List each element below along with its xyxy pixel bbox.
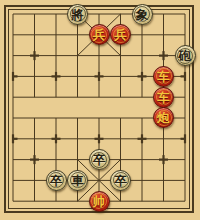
piece-glyph: 卒 bbox=[114, 171, 127, 190]
piece-glyph: 兵 bbox=[93, 25, 106, 44]
piece-red-chariot[interactable]: 车 bbox=[153, 87, 174, 108]
piece-red-soldier[interactable]: 兵 bbox=[89, 24, 110, 45]
piece-black-soldier[interactable]: 卒 bbox=[110, 170, 131, 191]
piece-glyph: 帅 bbox=[93, 192, 106, 211]
xiangqi-board: 將象兵兵砲车车炮卒卒車卒帅 bbox=[0, 0, 200, 220]
piece-red-general[interactable]: 帅 bbox=[89, 191, 110, 212]
piece-glyph: 象 bbox=[136, 5, 149, 24]
piece-glyph: 车 bbox=[157, 67, 170, 86]
piece-black-soldier[interactable]: 卒 bbox=[89, 149, 110, 170]
piece-black-elephant[interactable]: 象 bbox=[132, 4, 153, 25]
piece-glyph: 卒 bbox=[93, 150, 106, 169]
piece-black-general[interactable]: 將 bbox=[67, 4, 88, 25]
piece-black-chariot[interactable]: 車 bbox=[67, 170, 88, 191]
piece-black-cannon[interactable]: 砲 bbox=[175, 45, 196, 66]
piece-glyph: 炮 bbox=[157, 108, 170, 127]
piece-glyph: 车 bbox=[157, 88, 170, 107]
piece-glyph: 砲 bbox=[179, 46, 192, 65]
piece-black-soldier[interactable]: 卒 bbox=[46, 170, 67, 191]
piece-glyph: 卒 bbox=[50, 171, 63, 190]
piece-glyph: 兵 bbox=[114, 25, 127, 44]
pieces-layer: 將象兵兵砲车车炮卒卒車卒帅 bbox=[2, 4, 196, 212]
piece-glyph: 車 bbox=[71, 171, 84, 190]
piece-red-cannon[interactable]: 炮 bbox=[153, 107, 174, 128]
piece-red-chariot[interactable]: 车 bbox=[153, 66, 174, 87]
piece-red-soldier[interactable]: 兵 bbox=[110, 24, 131, 45]
piece-glyph: 將 bbox=[71, 5, 84, 24]
